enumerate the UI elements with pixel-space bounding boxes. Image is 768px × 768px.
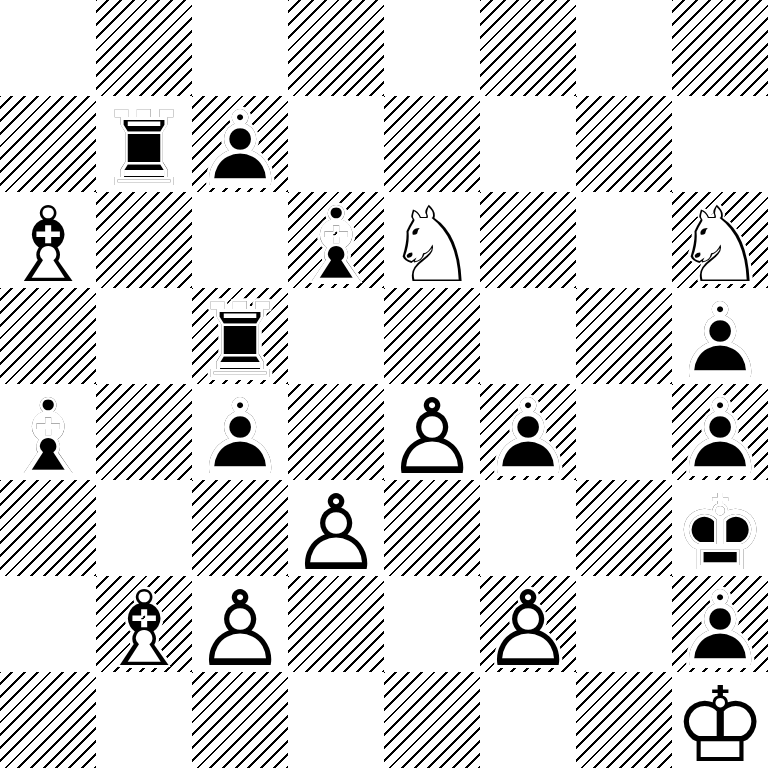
square-e3[interactable]	[384, 480, 480, 576]
square-e6[interactable]: ♞♘	[384, 192, 480, 288]
square-a2[interactable]	[0, 576, 96, 672]
square-b5[interactable]	[96, 288, 192, 384]
square-h4[interactable]: ♟♙	[672, 384, 768, 480]
square-h1[interactable]: ♚♔	[672, 672, 768, 768]
square-e2[interactable]	[384, 576, 480, 672]
square-f6[interactable]	[480, 192, 576, 288]
square-g8[interactable]	[576, 0, 672, 96]
square-g4[interactable]	[576, 384, 672, 480]
square-h6[interactable]: ♞♘	[672, 192, 768, 288]
square-c6[interactable]	[192, 192, 288, 288]
square-c5[interactable]: ♜♖	[192, 288, 288, 384]
king-glyph-outline: ♔	[672, 677, 768, 768]
square-c2[interactable]: ♟♙	[192, 576, 288, 672]
bishop-glyph-outline: ♗	[288, 197, 384, 288]
square-a7[interactable]	[0, 96, 96, 192]
square-f7[interactable]	[480, 96, 576, 192]
square-d5[interactable]	[288, 288, 384, 384]
square-f2[interactable]: ♟♙	[480, 576, 576, 672]
black-pawn[interactable]: ♟♙	[480, 384, 576, 480]
square-g7[interactable]	[576, 96, 672, 192]
rook-glyph-outline: ♖	[192, 293, 288, 384]
square-a8[interactable]	[0, 0, 96, 96]
square-f1[interactable]	[480, 672, 576, 768]
white-bishop[interactable]: ♝♗	[0, 192, 96, 288]
bishop-glyph-outline: ♗	[0, 389, 96, 480]
black-pawn[interactable]: ♟♙	[192, 96, 288, 192]
square-e7[interactable]	[384, 96, 480, 192]
square-d2[interactable]	[288, 576, 384, 672]
pawn-glyph-outline: ♙	[672, 293, 768, 384]
knight-glyph-outline: ♘	[384, 197, 480, 288]
bishop-glyph-outline: ♗	[96, 581, 192, 672]
black-pawn[interactable]: ♟♙	[672, 384, 768, 480]
square-a6[interactable]: ♝♗	[0, 192, 96, 288]
white-pawn[interactable]: ♟♙	[288, 480, 384, 576]
square-d4[interactable]	[288, 384, 384, 480]
white-bishop[interactable]: ♝♗	[96, 576, 192, 672]
square-d3[interactable]: ♟♙	[288, 480, 384, 576]
square-b6[interactable]	[96, 192, 192, 288]
square-a3[interactable]	[0, 480, 96, 576]
black-rook[interactable]: ♜♖	[192, 288, 288, 384]
square-d6[interactable]: ♝♗	[288, 192, 384, 288]
square-e5[interactable]	[384, 288, 480, 384]
rook-glyph-outline: ♖	[96, 101, 192, 192]
square-h7[interactable]	[672, 96, 768, 192]
square-h5[interactable]: ♟♙	[672, 288, 768, 384]
square-c4[interactable]: ♟♙	[192, 384, 288, 480]
square-b3[interactable]	[96, 480, 192, 576]
white-pawn[interactable]: ♟♙	[384, 384, 480, 480]
pawn-glyph-outline: ♙	[192, 389, 288, 480]
square-g6[interactable]	[576, 192, 672, 288]
square-g2[interactable]	[576, 576, 672, 672]
square-f3[interactable]	[480, 480, 576, 576]
bishop-glyph-outline: ♗	[0, 197, 96, 288]
pawn-glyph-outline: ♙	[672, 389, 768, 480]
square-g1[interactable]	[576, 672, 672, 768]
square-g3[interactable]	[576, 480, 672, 576]
black-pawn[interactable]: ♟♙	[192, 384, 288, 480]
chess-board: ♜♖♟♙♝♗♝♗♞♘♞♘♜♖♟♙♝♗♟♙♟♙♟♙♟♙♟♙♚♔♝♗♟♙♟♙♟♙♚♔	[0, 0, 768, 768]
square-h8[interactable]	[672, 0, 768, 96]
knight-glyph-outline: ♘	[672, 197, 768, 288]
king-glyph-outline: ♔	[672, 485, 768, 576]
square-f4[interactable]: ♟♙	[480, 384, 576, 480]
black-pawn[interactable]: ♟♙	[672, 576, 768, 672]
square-c7[interactable]: ♟♙	[192, 96, 288, 192]
square-a4[interactable]: ♝♗	[0, 384, 96, 480]
square-c3[interactable]	[192, 480, 288, 576]
pawn-glyph-outline: ♙	[480, 581, 576, 672]
black-bishop[interactable]: ♝♗	[0, 384, 96, 480]
square-d7[interactable]	[288, 96, 384, 192]
pawn-glyph-outline: ♙	[192, 581, 288, 672]
pawn-glyph-outline: ♙	[384, 389, 480, 480]
square-b4[interactable]	[96, 384, 192, 480]
square-a1[interactable]	[0, 672, 96, 768]
black-pawn[interactable]: ♟♙	[672, 288, 768, 384]
square-c1[interactable]	[192, 672, 288, 768]
square-b7[interactable]: ♜♖	[96, 96, 192, 192]
square-f5[interactable]	[480, 288, 576, 384]
white-pawn[interactable]: ♟♙	[192, 576, 288, 672]
square-e8[interactable]	[384, 0, 480, 96]
square-b1[interactable]	[96, 672, 192, 768]
white-knight[interactable]: ♞♘	[672, 192, 768, 288]
square-f8[interactable]	[480, 0, 576, 96]
square-c8[interactable]	[192, 0, 288, 96]
square-e4[interactable]: ♟♙	[384, 384, 480, 480]
square-d8[interactable]	[288, 0, 384, 96]
square-a5[interactable]	[0, 288, 96, 384]
pawn-glyph-outline: ♙	[672, 581, 768, 672]
white-pawn[interactable]: ♟♙	[480, 576, 576, 672]
square-b8[interactable]	[96, 0, 192, 96]
black-rook[interactable]: ♜♖	[96, 96, 192, 192]
square-b2[interactable]: ♝♗	[96, 576, 192, 672]
square-h2[interactable]: ♟♙	[672, 576, 768, 672]
white-knight[interactable]: ♞♘	[384, 192, 480, 288]
square-e1[interactable]	[384, 672, 480, 768]
pawn-glyph-outline: ♙	[192, 101, 288, 192]
square-d1[interactable]	[288, 672, 384, 768]
white-king[interactable]: ♚♔	[672, 672, 768, 768]
square-h3[interactable]: ♚♔	[672, 480, 768, 576]
black-king[interactable]: ♚♔	[672, 480, 768, 576]
pawn-glyph-outline: ♙	[288, 485, 384, 576]
black-bishop[interactable]: ♝♗	[288, 192, 384, 288]
pawn-glyph-outline: ♙	[480, 389, 576, 480]
square-g5[interactable]	[576, 288, 672, 384]
